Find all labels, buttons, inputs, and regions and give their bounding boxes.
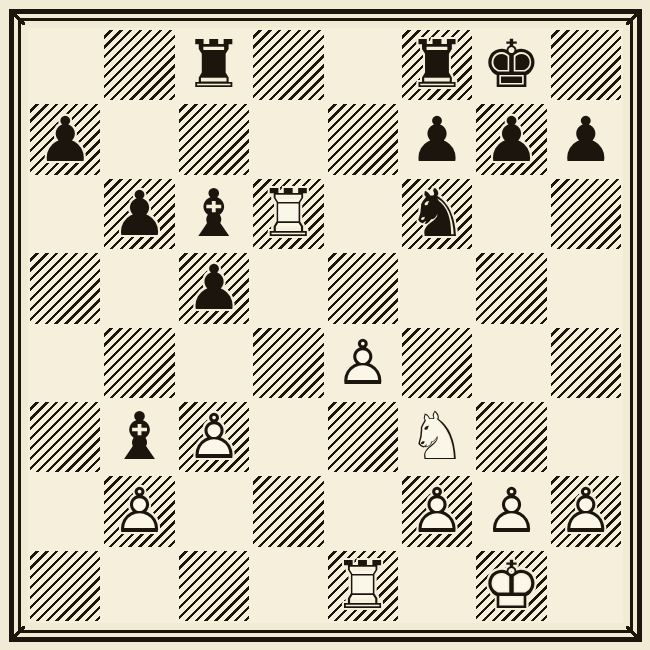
piece-white-pawn-e4: ♙	[335, 332, 391, 394]
square-c8: ♜	[177, 28, 251, 102]
square-c3: ♟♙	[177, 400, 251, 474]
square-h4	[549, 326, 623, 400]
piece-black-pawn-c5: ♟	[186, 257, 242, 319]
square-d7	[251, 102, 325, 176]
piece-black-bishop-b3: ♝	[110, 404, 169, 470]
square-d6: ♜♖	[251, 177, 325, 251]
square-e7	[326, 102, 400, 176]
piece-white-rook-d6: ♖	[259, 181, 318, 247]
piece-black-pawn-g7: ♟	[484, 109, 540, 171]
square-f7: ♟	[400, 102, 474, 176]
square-e5	[326, 251, 400, 325]
piece-white-pawn-h2: ♙	[558, 480, 614, 542]
piece-white-king-g1: ♔	[482, 553, 541, 619]
diagram-frame: ♜♜♚♟♟♟♟♟♝♜♖♞♟♟♙♝♟♙♞♘♟♙♟♙♟♙♟♙♜♖♚♔	[9, 9, 642, 642]
square-e3	[326, 400, 400, 474]
square-b5	[102, 251, 176, 325]
piece-black-pawn-f7: ♟	[409, 109, 465, 171]
piece-black-pawn-h7: ♟	[558, 109, 614, 171]
square-h1	[549, 549, 623, 623]
square-a4	[28, 326, 102, 400]
piece-black-bishop-c6: ♝	[184, 181, 243, 247]
square-h8	[549, 28, 623, 102]
diagram-inner-frame: ♜♜♚♟♟♟♟♟♝♜♖♞♟♟♙♝♟♙♞♘♟♙♟♙♟♙♟♙♜♖♚♔	[18, 18, 633, 633]
square-a2	[28, 474, 102, 548]
square-f5	[400, 251, 474, 325]
square-a7: ♟	[28, 102, 102, 176]
square-h5	[549, 251, 623, 325]
chess-board: ♜♜♚♟♟♟♟♟♝♜♖♞♟♟♙♝♟♙♞♘♟♙♟♙♟♙♟♙♜♖♚♔	[28, 28, 623, 623]
piece-black-king-g8: ♚	[482, 32, 541, 98]
square-b2: ♟♙	[102, 474, 176, 548]
square-g5	[474, 251, 548, 325]
piece-white-pawn-f2: ♙	[409, 480, 465, 542]
square-d5	[251, 251, 325, 325]
piece-black-pawn-b6: ♟	[112, 183, 168, 245]
piece-white-pawn-g2: ♙	[484, 480, 540, 542]
square-f8: ♜	[400, 28, 474, 102]
square-b3: ♝	[102, 400, 176, 474]
square-e6	[326, 177, 400, 251]
square-a3	[28, 400, 102, 474]
square-c1	[177, 549, 251, 623]
square-e2	[326, 474, 400, 548]
square-g8: ♚	[474, 28, 548, 102]
square-e8	[326, 28, 400, 102]
square-h3	[549, 400, 623, 474]
square-d2	[251, 474, 325, 548]
square-d3	[251, 400, 325, 474]
piece-black-rook-f8: ♜	[407, 32, 466, 98]
square-f4	[400, 326, 474, 400]
square-c6: ♝	[177, 177, 251, 251]
square-h2: ♟♙	[549, 474, 623, 548]
square-g6	[474, 177, 548, 251]
square-d4	[251, 326, 325, 400]
square-g3	[474, 400, 548, 474]
square-d8	[251, 28, 325, 102]
square-f3: ♞♘	[400, 400, 474, 474]
square-a5	[28, 251, 102, 325]
square-g7: ♟	[474, 102, 548, 176]
piece-white-pawn-c3: ♙	[186, 406, 242, 468]
square-b4	[102, 326, 176, 400]
square-f6: ♞	[400, 177, 474, 251]
square-c4	[177, 326, 251, 400]
square-a1	[28, 549, 102, 623]
square-d1	[251, 549, 325, 623]
square-e4: ♟♙	[326, 326, 400, 400]
square-h7: ♟	[549, 102, 623, 176]
square-c2	[177, 474, 251, 548]
piece-black-rook-c8: ♜	[184, 32, 243, 98]
square-f2: ♟♙	[400, 474, 474, 548]
square-c7	[177, 102, 251, 176]
piece-white-pawn-b2: ♙	[112, 480, 168, 542]
square-g1: ♚♔	[474, 549, 548, 623]
square-h6	[549, 177, 623, 251]
square-b8	[102, 28, 176, 102]
square-b6: ♟	[102, 177, 176, 251]
square-b7	[102, 102, 176, 176]
piece-white-knight-f3: ♘	[407, 404, 466, 470]
piece-black-pawn-a7: ♟	[37, 109, 93, 171]
square-g4	[474, 326, 548, 400]
piece-black-knight-f6: ♞	[407, 181, 466, 247]
square-a6	[28, 177, 102, 251]
square-c5: ♟	[177, 251, 251, 325]
square-a8	[28, 28, 102, 102]
piece-white-rook-e1: ♖	[333, 553, 392, 619]
square-e1: ♜♖	[326, 549, 400, 623]
square-b1	[102, 549, 176, 623]
square-g2: ♟♙	[474, 474, 548, 548]
square-f1	[400, 549, 474, 623]
